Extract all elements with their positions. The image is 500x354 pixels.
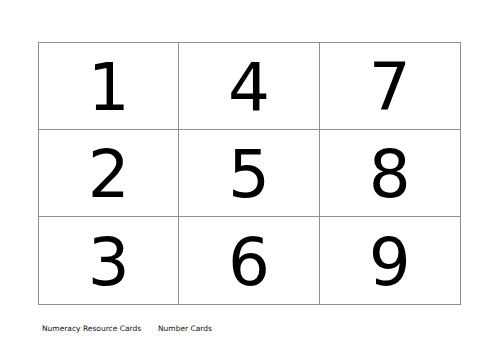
footer: Numeracy Resource Cards Number Cards [0, 324, 500, 336]
number-card: 3 [39, 217, 179, 304]
number-card: 9 [320, 217, 460, 304]
card-digit: 6 [228, 230, 270, 296]
card-digit: 9 [369, 230, 411, 296]
card-digit: 8 [369, 142, 411, 208]
number-card: 4 [179, 43, 319, 130]
number-card: 7 [320, 43, 460, 130]
card-digit: 5 [228, 142, 270, 208]
number-cards-sheet: 1 4 7 2 5 8 3 6 9 Numeracy Resource Card… [0, 0, 500, 354]
footer-series-label: Numeracy Resource Cards [42, 324, 141, 333]
card-digit: 7 [369, 55, 411, 121]
number-card: 2 [39, 130, 179, 217]
number-card-grid: 1 4 7 2 5 8 3 6 9 [38, 42, 461, 305]
card-digit: 1 [88, 55, 130, 121]
number-card: 5 [179, 130, 319, 217]
card-digit: 2 [88, 142, 130, 208]
footer-sheet-label: Number Cards [158, 324, 212, 333]
number-card: 8 [320, 130, 460, 217]
number-card: 1 [39, 43, 179, 130]
number-card: 6 [179, 217, 319, 304]
card-digit: 4 [228, 55, 270, 121]
card-digit: 3 [88, 230, 130, 296]
